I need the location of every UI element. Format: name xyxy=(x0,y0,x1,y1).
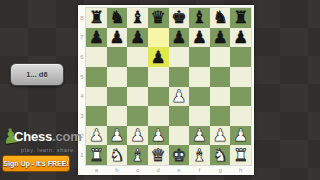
file-label-d: d xyxy=(148,165,169,175)
rank-label-3: 3 xyxy=(78,106,86,126)
file-label-c: c xyxy=(127,165,148,175)
square-h4[interactable] xyxy=(230,87,251,107)
file-label-b: b xyxy=(107,165,128,175)
black-pawn-b7[interactable]: ♟ xyxy=(109,28,124,45)
square-h1[interactable]: ♜ xyxy=(230,145,251,165)
black-bishop-c8[interactable]: ♝ xyxy=(130,9,145,26)
square-d4[interactable] xyxy=(148,87,169,107)
square-c4[interactable] xyxy=(127,87,148,107)
black-pawn-a7[interactable]: ♟ xyxy=(89,28,104,45)
square-c1[interactable]: ♝ xyxy=(127,145,148,165)
square-e1[interactable]: ♚ xyxy=(169,145,190,165)
white-queen-d1[interactable]: ♛ xyxy=(151,146,166,163)
black-pawn-c7[interactable]: ♟ xyxy=(130,28,145,45)
square-b8[interactable]: ♞ xyxy=(107,8,128,28)
file-label-a: a xyxy=(86,165,107,175)
square-d3[interactable] xyxy=(148,106,169,126)
square-a5[interactable] xyxy=(86,67,107,87)
white-bishop-f1[interactable]: ♝ xyxy=(192,146,207,163)
square-a8[interactable]: ♜ xyxy=(86,8,107,28)
square-a1[interactable]: ♜ xyxy=(86,145,107,165)
file-label-e: e xyxy=(169,165,190,175)
square-h2[interactable]: ♟ xyxy=(230,126,251,146)
white-pawn-d2[interactable]: ♟ xyxy=(151,127,166,144)
video-frame: 87654321 ♜♞♝♛♚♝♞♜♟♟♟♟♟♟♟♟♟♟♟♟♟♟♟♟♜♞♝♛♚♝♞… xyxy=(0,0,320,180)
square-d6[interactable]: ♟ xyxy=(148,47,169,67)
square-c6[interactable] xyxy=(127,47,148,67)
square-g6[interactable] xyxy=(210,47,231,67)
white-bishop-c1[interactable]: ♝ xyxy=(130,146,145,163)
white-pawn-a2[interactable]: ♟ xyxy=(89,127,104,144)
move-label-badge[interactable]: 1... d6 xyxy=(10,63,64,86)
square-f3[interactable] xyxy=(189,106,210,126)
square-f6[interactable] xyxy=(189,47,210,67)
logo-com-text: .com xyxy=(52,129,82,144)
square-e8[interactable]: ♚ xyxy=(169,8,190,28)
board-grid: ♜♞♝♛♚♝♞♜♟♟♟♟♟♟♟♟♟♟♟♟♟♟♟♟♜♞♝♛♚♝♞♜ xyxy=(86,8,251,165)
white-knight-g1[interactable]: ♞ xyxy=(212,146,227,163)
square-b4[interactable] xyxy=(107,87,128,107)
square-g8[interactable]: ♞ xyxy=(210,8,231,28)
file-label-f: f xyxy=(189,165,210,175)
black-queen-d8[interactable]: ♛ xyxy=(151,9,166,26)
black-pawn-f7[interactable]: ♟ xyxy=(192,28,207,45)
white-rook-a1[interactable]: ♜ xyxy=(89,146,104,163)
square-b3[interactable] xyxy=(107,106,128,126)
square-h7[interactable]: ♟ xyxy=(230,28,251,48)
square-g3[interactable] xyxy=(210,106,231,126)
signup-button[interactable]: Sign Up - it's FREE! xyxy=(2,155,70,172)
black-pawn-d6[interactable]: ♟ xyxy=(151,48,166,65)
square-a3[interactable] xyxy=(86,106,107,126)
rank-label-8: 8 xyxy=(78,8,86,28)
white-knight-b1[interactable]: ♞ xyxy=(109,146,124,163)
square-f5[interactable] xyxy=(189,67,210,87)
black-king-e8[interactable]: ♚ xyxy=(171,9,186,26)
rank-label-7: 7 xyxy=(78,28,86,48)
square-c2[interactable]: ♟ xyxy=(127,126,148,146)
chesscom-logo[interactable]: Chess.com xyxy=(14,129,82,144)
square-a7[interactable]: ♟ xyxy=(86,28,107,48)
rank-label-4: 4 xyxy=(78,87,86,107)
rank-label-6: 6 xyxy=(78,47,86,67)
square-h6[interactable] xyxy=(230,47,251,67)
square-e4[interactable]: ♟ xyxy=(169,87,190,107)
square-e7[interactable]: ♟ xyxy=(169,28,190,48)
chess-board: 87654321 ♜♞♝♛♚♝♞♜♟♟♟♟♟♟♟♟♟♟♟♟♟♟♟♟♜♞♝♛♚♝♞… xyxy=(78,5,254,175)
square-h5[interactable] xyxy=(230,67,251,87)
white-rook-h1[interactable]: ♜ xyxy=(233,146,248,163)
black-knight-g8[interactable]: ♞ xyxy=(212,9,227,26)
square-c7[interactable]: ♟ xyxy=(127,28,148,48)
logo-tagline: play. learn. share. xyxy=(21,147,76,153)
square-d8[interactable]: ♛ xyxy=(148,8,169,28)
white-pawn-g2[interactable]: ♟ xyxy=(212,127,227,144)
square-f7[interactable]: ♟ xyxy=(189,28,210,48)
square-f4[interactable] xyxy=(189,87,210,107)
black-rook-h8[interactable]: ♜ xyxy=(233,9,248,26)
square-f2[interactable]: ♟ xyxy=(189,126,210,146)
black-pawn-e7[interactable]: ♟ xyxy=(171,28,186,45)
square-d7[interactable] xyxy=(148,28,169,48)
file-labels: abcdefgh xyxy=(86,165,251,175)
file-label-h: h xyxy=(230,165,251,175)
square-c8[interactable]: ♝ xyxy=(127,8,148,28)
square-d1[interactable]: ♛ xyxy=(148,145,169,165)
square-b6[interactable] xyxy=(107,47,128,67)
black-pawn-h7[interactable]: ♟ xyxy=(233,28,248,45)
black-pawn-g7[interactable]: ♟ xyxy=(212,28,227,45)
square-g1[interactable]: ♞ xyxy=(210,145,231,165)
square-g4[interactable] xyxy=(210,87,231,107)
square-c5[interactable] xyxy=(127,67,148,87)
square-b1[interactable]: ♞ xyxy=(107,145,128,165)
white-pawn-f2[interactable]: ♟ xyxy=(192,127,207,144)
square-h3[interactable] xyxy=(230,106,251,126)
white-pawn-b2[interactable]: ♟ xyxy=(109,127,124,144)
square-c3[interactable] xyxy=(127,106,148,126)
square-e6[interactable] xyxy=(169,47,190,67)
square-d2[interactable]: ♟ xyxy=(148,126,169,146)
square-b7[interactable]: ♟ xyxy=(107,28,128,48)
square-e5[interactable] xyxy=(169,67,190,87)
square-e3[interactable] xyxy=(169,106,190,126)
square-d5[interactable] xyxy=(148,67,169,87)
white-pawn-c2[interactable]: ♟ xyxy=(130,127,145,144)
black-bishop-f8[interactable]: ♝ xyxy=(192,9,207,26)
square-a6[interactable] xyxy=(86,47,107,67)
square-g2[interactable]: ♟ xyxy=(210,126,231,146)
black-knight-b8[interactable]: ♞ xyxy=(109,9,124,26)
rank-label-1: 1 xyxy=(78,145,86,165)
file-label-g: g xyxy=(210,165,231,175)
square-b5[interactable] xyxy=(107,67,128,87)
white-pawn-h2[interactable]: ♟ xyxy=(233,127,248,144)
square-g7[interactable]: ♟ xyxy=(210,28,231,48)
square-g5[interactable] xyxy=(210,67,231,87)
black-rook-a8[interactable]: ♜ xyxy=(89,9,104,26)
white-king-e1[interactable]: ♚ xyxy=(171,146,186,163)
square-f1[interactable]: ♝ xyxy=(189,145,210,165)
square-a4[interactable] xyxy=(86,87,107,107)
square-f8[interactable]: ♝ xyxy=(189,8,210,28)
square-e2[interactable] xyxy=(169,126,190,146)
rank-label-5: 5 xyxy=(78,67,86,87)
white-pawn-e4[interactable]: ♟ xyxy=(171,87,186,104)
square-h8[interactable]: ♜ xyxy=(230,8,251,28)
square-b2[interactable]: ♟ xyxy=(107,126,128,146)
logo-chess-text: Chess xyxy=(14,129,52,144)
square-a2[interactable]: ♟ xyxy=(86,126,107,146)
